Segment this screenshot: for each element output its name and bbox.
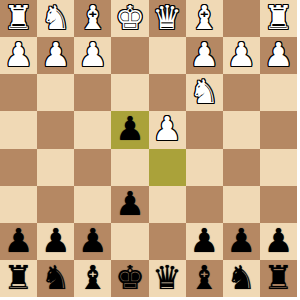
white-pawn[interactable]: ♟ bbox=[4, 37, 34, 73]
square-c2[interactable]: ♟ bbox=[186, 37, 223, 74]
square-g6[interactable] bbox=[37, 186, 74, 223]
square-d5[interactable] bbox=[149, 149, 186, 186]
black-queen[interactable]: ♛ bbox=[152, 260, 182, 296]
black-pawn[interactable]: ♟ bbox=[115, 186, 145, 222]
square-d6[interactable] bbox=[149, 186, 186, 223]
square-f1[interactable]: ♝ bbox=[74, 0, 111, 37]
square-h4[interactable] bbox=[0, 111, 37, 148]
square-e4[interactable]: ♟ bbox=[111, 111, 148, 148]
square-g8[interactable]: ♞ bbox=[37, 260, 74, 297]
square-c6[interactable] bbox=[186, 186, 223, 223]
square-d8[interactable]: ♛ bbox=[149, 260, 186, 297]
black-pawn[interactable]: ♟ bbox=[227, 223, 257, 259]
square-g2[interactable]: ♟ bbox=[37, 37, 74, 74]
white-pawn[interactable]: ♟ bbox=[78, 37, 108, 73]
square-c8[interactable]: ♝ bbox=[186, 260, 223, 297]
square-b5[interactable] bbox=[223, 149, 260, 186]
square-f3[interactable] bbox=[74, 74, 111, 111]
white-pawn[interactable]: ♟ bbox=[152, 111, 182, 147]
square-d2[interactable] bbox=[149, 37, 186, 74]
square-g3[interactable] bbox=[37, 74, 74, 111]
square-h8[interactable]: ♜ bbox=[0, 260, 37, 297]
square-b3[interactable] bbox=[223, 74, 260, 111]
black-pawn[interactable]: ♟ bbox=[4, 223, 34, 259]
white-pawn[interactable]: ♟ bbox=[264, 37, 294, 73]
white-rook[interactable]: ♜ bbox=[264, 0, 294, 36]
black-rook[interactable]: ♜ bbox=[264, 260, 294, 296]
square-c7[interactable]: ♟ bbox=[186, 223, 223, 260]
square-e3[interactable] bbox=[111, 74, 148, 111]
black-king[interactable]: ♚ bbox=[115, 260, 145, 296]
square-f8[interactable]: ♝ bbox=[74, 260, 111, 297]
white-pawn[interactable]: ♟ bbox=[189, 37, 219, 73]
white-pawn[interactable]: ♟ bbox=[41, 37, 71, 73]
square-f4[interactable] bbox=[74, 111, 111, 148]
square-a1[interactable]: ♜ bbox=[260, 0, 297, 37]
square-b1[interactable] bbox=[223, 0, 260, 37]
square-c1[interactable]: ♝ bbox=[186, 0, 223, 37]
white-bishop[interactable]: ♝ bbox=[189, 0, 219, 36]
square-c4[interactable] bbox=[186, 111, 223, 148]
square-h7[interactable]: ♟ bbox=[0, 223, 37, 260]
square-a4[interactable] bbox=[260, 111, 297, 148]
square-d3[interactable] bbox=[149, 74, 186, 111]
white-queen[interactable]: ♛ bbox=[152, 0, 182, 36]
square-a2[interactable]: ♟ bbox=[260, 37, 297, 74]
square-h2[interactable]: ♟ bbox=[0, 37, 37, 74]
white-king[interactable]: ♚ bbox=[115, 0, 145, 36]
square-e7[interactable] bbox=[111, 223, 148, 260]
square-h3[interactable] bbox=[0, 74, 37, 111]
square-d7[interactable] bbox=[149, 223, 186, 260]
square-e5[interactable] bbox=[111, 149, 148, 186]
board-wrapper: ♜♞♝♚♛♝♜♟♟♟♟♟♟♞♟♟♟♟♟♟♟♟♟♜♞♝♚♛♝♞♜ bbox=[0, 0, 300, 300]
square-e6[interactable]: ♟ bbox=[111, 186, 148, 223]
square-b6[interactable] bbox=[223, 186, 260, 223]
black-pawn[interactable]: ♟ bbox=[189, 223, 219, 259]
square-a7[interactable]: ♟ bbox=[260, 223, 297, 260]
white-pawn[interactable]: ♟ bbox=[227, 37, 257, 73]
square-e1[interactable]: ♚ bbox=[111, 0, 148, 37]
chess-board[interactable]: ♜♞♝♚♛♝♜♟♟♟♟♟♟♞♟♟♟♟♟♟♟♟♟♜♞♝♚♛♝♞♜ bbox=[0, 0, 297, 297]
square-a5[interactable] bbox=[260, 149, 297, 186]
square-a6[interactable] bbox=[260, 186, 297, 223]
black-bishop[interactable]: ♝ bbox=[189, 260, 219, 296]
square-b2[interactable]: ♟ bbox=[223, 37, 260, 74]
square-a3[interactable] bbox=[260, 74, 297, 111]
square-b4[interactable] bbox=[223, 111, 260, 148]
black-knight[interactable]: ♞ bbox=[227, 260, 257, 296]
square-c5[interactable] bbox=[186, 149, 223, 186]
square-f7[interactable]: ♟ bbox=[74, 223, 111, 260]
square-e2[interactable] bbox=[111, 37, 148, 74]
square-e8[interactable]: ♚ bbox=[111, 260, 148, 297]
square-f5[interactable] bbox=[74, 149, 111, 186]
square-g5[interactable] bbox=[37, 149, 74, 186]
square-g4[interactable] bbox=[37, 111, 74, 148]
black-pawn[interactable]: ♟ bbox=[41, 223, 71, 259]
black-pawn[interactable]: ♟ bbox=[78, 223, 108, 259]
square-g7[interactable]: ♟ bbox=[37, 223, 74, 260]
black-knight[interactable]: ♞ bbox=[41, 260, 71, 296]
square-a8[interactable]: ♜ bbox=[260, 260, 297, 297]
square-b8[interactable]: ♞ bbox=[223, 260, 260, 297]
black-pawn[interactable]: ♟ bbox=[115, 111, 145, 147]
square-d4[interactable]: ♟ bbox=[149, 111, 186, 148]
square-c3[interactable]: ♞ bbox=[186, 74, 223, 111]
square-d1[interactable]: ♛ bbox=[149, 0, 186, 37]
black-bishop[interactable]: ♝ bbox=[78, 260, 108, 296]
white-knight[interactable]: ♞ bbox=[189, 74, 219, 110]
square-h6[interactable] bbox=[0, 186, 37, 223]
black-rook[interactable]: ♜ bbox=[4, 260, 34, 296]
square-h5[interactable] bbox=[0, 149, 37, 186]
square-f2[interactable]: ♟ bbox=[74, 37, 111, 74]
white-knight[interactable]: ♞ bbox=[41, 0, 71, 36]
black-pawn[interactable]: ♟ bbox=[264, 223, 294, 259]
square-h1[interactable]: ♜ bbox=[0, 0, 37, 37]
square-b7[interactable]: ♟ bbox=[223, 223, 260, 260]
square-f6[interactable] bbox=[74, 186, 111, 223]
white-rook[interactable]: ♜ bbox=[4, 0, 34, 36]
white-bishop[interactable]: ♝ bbox=[78, 0, 108, 36]
square-g1[interactable]: ♞ bbox=[37, 0, 74, 37]
